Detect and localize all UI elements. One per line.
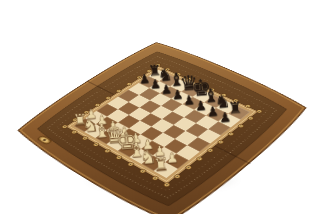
piece-white-rook: ♜	[152, 156, 170, 174]
chess-board: ♜♞♝♛♚♝♞♜♟♟♟♟♟♟♟♟♟♟♟♟♟♟♟♟♜♞♝♛♚♝♞♜	[39, 52, 285, 204]
scene: ♜♞♝♛♚♝♞♜♟♟♟♟♟♟♟♟♟♟♟♟♟♟♟♟♜♞♝♛♚♝♞♜	[0, 0, 320, 214]
product-photo: ♜♞♝♛♚♝♞♜♟♟♟♟♟♟♟♟♟♟♟♟♟♟♟♟♜♞♝♛♚♝♞♜	[0, 0, 320, 214]
piece-black-pawn: ♟	[217, 110, 234, 124]
